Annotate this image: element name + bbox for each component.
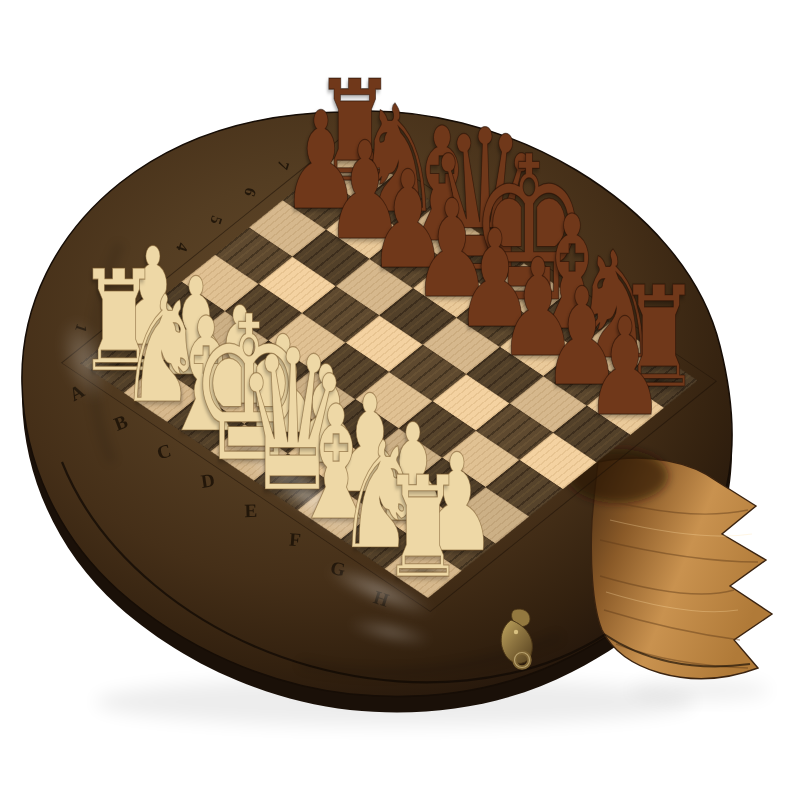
black-pawn-h7[interactable]: ♟ [585, 299, 665, 434]
crown-ground-shadow [630, 679, 770, 701]
white-rook-h1[interactable]: ♜ [382, 458, 465, 598]
product-photo: 1234567ABCDEFGH ♜♟♞♟♝♟♛♟♚♟♝♟♟♞♜♟♟♜♞♟♟♝♟♚… [0, 0, 800, 800]
